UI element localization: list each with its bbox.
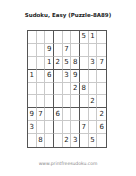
cell-r7c1: 9: [28, 108, 37, 121]
cell-r6c9: [97, 95, 106, 108]
cell-r7c9: 2: [97, 108, 106, 121]
given-digit: 8: [38, 137, 42, 144]
cell-r5c5: [63, 83, 72, 96]
given-digit: 7: [38, 111, 42, 118]
given-digit: 5: [82, 33, 86, 40]
given-digit: 1: [30, 72, 34, 79]
given-digit: 9: [30, 111, 34, 118]
given-digit: 6: [47, 72, 51, 79]
cell-r1c3: [45, 31, 54, 44]
cell-r4c8: [89, 70, 98, 83]
cell-r3c5: 5: [63, 57, 72, 70]
cell-r8c8: [89, 121, 98, 134]
cell-r8c5: [63, 121, 72, 134]
cell-r3c4: 2: [54, 57, 63, 70]
footer-url: www.printfreesudoku.com: [0, 161, 136, 166]
cell-r3c9: 7: [97, 57, 106, 70]
cell-r7c8: [89, 108, 98, 121]
cell-r7c2: 7: [37, 108, 46, 121]
cell-r8c6: [71, 121, 80, 134]
cell-r1c8: 1: [89, 31, 98, 44]
cell-r5c6: 2: [71, 83, 80, 96]
cell-r2c8: [89, 44, 98, 57]
cell-r6c2: [37, 95, 46, 108]
cell-r5c3: [45, 83, 54, 96]
cell-r9c2: 8: [37, 134, 46, 147]
page-title: Sudoku, Easy (Puzzle-8A89): [0, 12, 136, 18]
cell-r2c5: 7: [63, 44, 72, 57]
cell-r5c4: [54, 83, 63, 96]
cell-r2c3: 9: [45, 44, 54, 57]
cell-r5c2: [37, 83, 46, 96]
cell-r1c5: [63, 31, 72, 44]
given-digit: 3: [64, 72, 68, 79]
cell-r3c2: [37, 57, 46, 70]
cell-r4c3: 6: [45, 70, 54, 83]
cell-r9c1: [28, 134, 37, 147]
cell-r8c2: [37, 121, 46, 134]
cell-r1c7: 5: [80, 31, 89, 44]
cell-r7c6: [71, 108, 80, 121]
cell-r9c6: 3: [71, 134, 80, 147]
cell-r4c4: [54, 70, 63, 83]
cell-r9c4: [54, 134, 63, 147]
cell-r1c1: [28, 31, 37, 44]
cell-r4c1: 1: [28, 70, 37, 83]
cell-r5c1: [28, 83, 37, 96]
given-digit: 2: [64, 137, 68, 144]
cell-r3c6: 8: [71, 57, 80, 70]
cell-r7c7: [80, 108, 89, 121]
cell-r4c2: [37, 70, 46, 83]
given-digit: 6: [56, 111, 60, 118]
given-digit: 2: [90, 98, 94, 105]
cell-r6c6: [71, 95, 80, 108]
cell-r2c2: [37, 44, 46, 57]
cell-r3c8: 3: [89, 57, 98, 70]
given-digit: 6: [99, 124, 103, 131]
cell-r1c9: [97, 31, 106, 44]
cell-r5c9: [97, 83, 106, 96]
cell-r6c8: 2: [89, 95, 98, 108]
cell-r3c7: [80, 57, 89, 70]
given-digit: 8: [82, 85, 86, 92]
given-digit: 3: [90, 59, 94, 66]
cell-r2c6: [71, 44, 80, 57]
given-digit: 8: [73, 59, 77, 66]
sudoku-grid: 5197125837163928297623768235: [27, 30, 107, 148]
given-digit: 9: [47, 46, 51, 53]
cell-r9c5: 2: [63, 134, 72, 147]
given-digit: 1: [90, 33, 94, 40]
given-digit: 5: [64, 59, 68, 66]
cell-r2c9: [97, 44, 106, 57]
sudoku-sheet: Sudoku, Easy (Puzzle-8A89) 5197125837163…: [0, 0, 136, 176]
cell-r4c5: 3: [63, 70, 72, 83]
cell-r4c9: [97, 70, 106, 83]
cell-r2c4: [54, 44, 63, 57]
cell-r8c1: 3: [28, 121, 37, 134]
cell-r7c5: [63, 108, 72, 121]
given-digit: 7: [64, 46, 68, 53]
cell-r7c4: 6: [54, 108, 63, 121]
cell-r7c3: [45, 108, 54, 121]
cell-r4c6: 9: [71, 70, 80, 83]
given-digit: 7: [99, 59, 103, 66]
given-digit: 5: [90, 137, 94, 144]
cell-r6c5: [63, 95, 72, 108]
cell-r9c8: 5: [89, 134, 98, 147]
given-digit: 2: [56, 59, 60, 66]
cell-r1c2: [37, 31, 46, 44]
given-digit: 3: [30, 124, 34, 131]
cell-r2c1: [28, 44, 37, 57]
cell-r1c4: [54, 31, 63, 44]
cell-r4c7: [80, 70, 89, 83]
cell-r1c6: [71, 31, 80, 44]
cell-r3c3: 1: [45, 57, 54, 70]
given-digit: 2: [73, 85, 77, 92]
cell-r6c7: [80, 95, 89, 108]
given-digit: 2: [99, 111, 103, 118]
cell-r9c9: [97, 134, 106, 147]
cell-r9c7: [80, 134, 89, 147]
cell-r6c3: [45, 95, 54, 108]
cell-r5c7: 8: [80, 83, 89, 96]
cell-r8c7: 7: [80, 121, 89, 134]
cell-r6c1: [28, 95, 37, 108]
cell-r3c1: [28, 57, 37, 70]
cell-r8c3: [45, 121, 54, 134]
cell-r6c4: [54, 95, 63, 108]
cell-r9c3: [45, 134, 54, 147]
cell-r2c7: [80, 44, 89, 57]
given-digit: 3: [73, 137, 77, 144]
given-digit: 9: [73, 72, 77, 79]
given-digit: 7: [82, 124, 86, 131]
cell-r8c9: 6: [97, 121, 106, 134]
cell-r8c4: [54, 121, 63, 134]
cell-r5c8: [89, 83, 98, 96]
given-digit: 1: [47, 59, 51, 66]
